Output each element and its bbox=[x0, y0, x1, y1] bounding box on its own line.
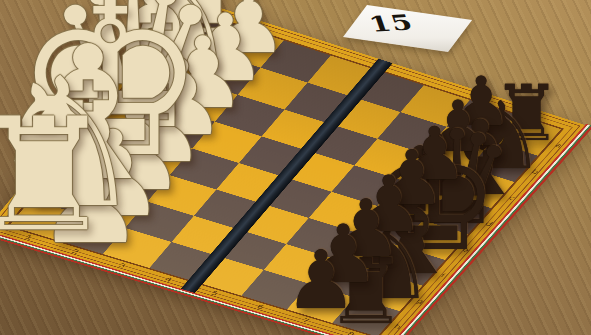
table-number: 15 bbox=[366, 10, 417, 36]
tournament-chess-photo: 15 12345678 abcdefgh ♜♞♝♛♚♝♞♜♟♟♟♟♟♟♟♟♟♟♟… bbox=[0, 0, 591, 335]
